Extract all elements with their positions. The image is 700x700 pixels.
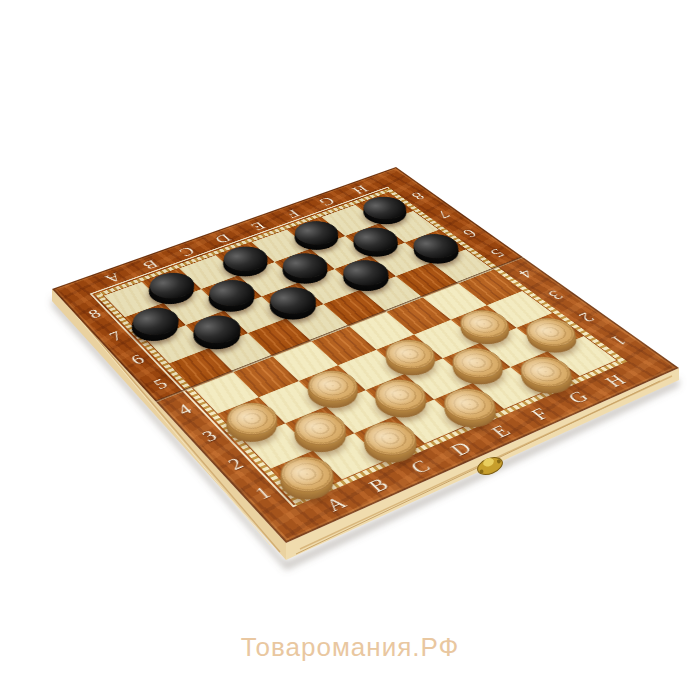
rank-label-right-7: 7 — [433, 208, 453, 220]
rank-label-right-8: 8 — [408, 190, 427, 201]
file-label-bottom-a: A — [322, 494, 351, 515]
rank-label-right-4: 4 — [515, 267, 537, 280]
file-label-bottom-f: F — [527, 406, 552, 423]
rank-label-left-2: 2 — [224, 455, 246, 472]
file-label-top-c: C — [176, 245, 197, 258]
watermark: Товаромания.РФ — [241, 632, 460, 663]
file-label-bottom-h: H — [601, 372, 629, 389]
file-label-bottom-d: D — [447, 439, 476, 458]
rank-label-right-1: 1 — [606, 333, 630, 348]
file-label-top-h: H — [349, 184, 371, 196]
product-photo-scene: AABBCCDDEEFFGGHH8877665544332211 Товаром… — [0, 0, 700, 700]
file-label-top-g: G — [315, 195, 337, 207]
file-label-bottom-e: E — [488, 422, 514, 440]
rank-label-right-5: 5 — [486, 246, 507, 258]
rank-label-left-5: 5 — [150, 376, 170, 391]
file-label-bottom-b: B — [365, 475, 393, 495]
rank-label-left-1: 1 — [251, 484, 274, 502]
rank-label-right-6: 6 — [459, 227, 479, 239]
file-label-bottom-g: G — [564, 388, 592, 406]
file-label-top-d: D — [211, 232, 233, 245]
rank-label-left-7: 7 — [106, 329, 125, 343]
rank-label-left-3: 3 — [198, 427, 220, 444]
rank-label-right-3: 3 — [544, 288, 566, 302]
rank-label-left-4: 4 — [174, 401, 195, 417]
file-label-top-e: E — [248, 220, 268, 232]
file-label-bottom-c: C — [407, 457, 434, 476]
file-label-top-f: F — [283, 208, 303, 220]
rank-label-right-2: 2 — [575, 310, 598, 324]
file-label-top-b: B — [139, 258, 160, 272]
rank-label-left-6: 6 — [127, 352, 147, 367]
rank-label-left-8: 8 — [85, 307, 104, 321]
